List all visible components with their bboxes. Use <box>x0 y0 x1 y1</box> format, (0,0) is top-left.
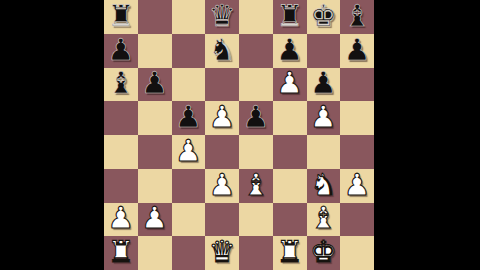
square-g5[interactable]: ♟ <box>307 101 341 135</box>
square-g2[interactable]: ♝ <box>307 203 341 237</box>
left-black-bar <box>0 0 104 270</box>
square-b2[interactable]: ♟ <box>138 203 172 237</box>
square-c3[interactable] <box>172 169 206 203</box>
square-h8[interactable]: ♝ <box>340 0 374 34</box>
square-h4[interactable] <box>340 135 374 169</box>
black-pawn: ♟ <box>310 68 337 98</box>
square-e5[interactable]: ♟ <box>239 101 273 135</box>
black-bishop: ♝ <box>344 1 371 31</box>
black-rook: ♜ <box>107 1 134 31</box>
square-g7[interactable] <box>307 34 341 68</box>
square-d4[interactable] <box>205 135 239 169</box>
black-rook: ♜ <box>276 1 303 31</box>
square-g3[interactable]: ♞ <box>307 169 341 203</box>
black-queen: ♛ <box>209 1 236 31</box>
white-pawn: ♟ <box>141 203 168 233</box>
square-g1[interactable]: ♚ <box>307 236 341 270</box>
square-c6[interactable] <box>172 68 206 102</box>
square-b5[interactable] <box>138 101 172 135</box>
square-e8[interactable] <box>239 0 273 34</box>
white-rook: ♜ <box>276 237 303 267</box>
square-a5[interactable] <box>104 101 138 135</box>
white-pawn: ♟ <box>107 203 134 233</box>
white-pawn: ♟ <box>175 136 202 166</box>
square-e3[interactable]: ♝ <box>239 169 273 203</box>
white-pawn: ♟ <box>276 68 303 98</box>
square-e2[interactable] <box>239 203 273 237</box>
square-c5[interactable]: ♟ <box>172 101 206 135</box>
white-pawn: ♟ <box>310 102 337 132</box>
black-bishop: ♝ <box>107 68 134 98</box>
right-black-bar <box>374 0 480 270</box>
square-g6[interactable]: ♟ <box>307 68 341 102</box>
black-knight: ♞ <box>209 35 236 65</box>
black-pawn: ♟ <box>242 102 269 132</box>
square-f3[interactable] <box>273 169 307 203</box>
white-pawn: ♟ <box>209 170 236 200</box>
square-e6[interactable] <box>239 68 273 102</box>
square-d8[interactable]: ♛ <box>205 0 239 34</box>
square-e4[interactable] <box>239 135 273 169</box>
black-pawn: ♟ <box>141 68 168 98</box>
square-d2[interactable] <box>205 203 239 237</box>
square-b4[interactable] <box>138 135 172 169</box>
square-c8[interactable] <box>172 0 206 34</box>
white-bishop: ♝ <box>242 170 269 200</box>
square-c2[interactable] <box>172 203 206 237</box>
square-c1[interactable] <box>172 236 206 270</box>
square-f5[interactable] <box>273 101 307 135</box>
white-bishop: ♝ <box>310 203 337 233</box>
white-knight: ♞ <box>310 170 337 200</box>
square-g8[interactable]: ♚ <box>307 0 341 34</box>
square-f2[interactable] <box>273 203 307 237</box>
square-b1[interactable] <box>138 236 172 270</box>
square-a1[interactable]: ♜ <box>104 236 138 270</box>
square-f7[interactable]: ♟ <box>273 34 307 68</box>
square-h7[interactable]: ♟ <box>340 34 374 68</box>
square-h3[interactable]: ♟ <box>340 169 374 203</box>
square-h1[interactable] <box>340 236 374 270</box>
white-queen: ♛ <box>209 237 236 267</box>
square-b8[interactable] <box>138 0 172 34</box>
square-d7[interactable]: ♞ <box>205 34 239 68</box>
square-d6[interactable] <box>205 68 239 102</box>
black-king: ♚ <box>310 1 337 31</box>
square-e1[interactable] <box>239 236 273 270</box>
white-pawn: ♟ <box>344 170 371 200</box>
square-a6[interactable]: ♝ <box>104 68 138 102</box>
square-c7[interactable] <box>172 34 206 68</box>
square-d1[interactable]: ♛ <box>205 236 239 270</box>
square-a8[interactable]: ♜ <box>104 0 138 34</box>
square-g4[interactable] <box>307 135 341 169</box>
square-f1[interactable]: ♜ <box>273 236 307 270</box>
square-a3[interactable] <box>104 169 138 203</box>
black-pawn: ♟ <box>175 102 202 132</box>
square-f8[interactable]: ♜ <box>273 0 307 34</box>
square-d3[interactable]: ♟ <box>205 169 239 203</box>
square-e7[interactable] <box>239 34 273 68</box>
square-d5[interactable]: ♟ <box>205 101 239 135</box>
square-c4[interactable]: ♟ <box>172 135 206 169</box>
black-pawn: ♟ <box>276 35 303 65</box>
white-king: ♚ <box>310 237 337 267</box>
video-frame: ♜♛♜♚♝♟♞♟♟♝♟♟♟♟♟♟♟♟♟♝♞♟♟♟♝♜♛♜♚ <box>0 0 480 270</box>
white-pawn: ♟ <box>209 102 236 132</box>
square-a4[interactable] <box>104 135 138 169</box>
square-f4[interactable] <box>273 135 307 169</box>
square-b7[interactable] <box>138 34 172 68</box>
square-b6[interactable]: ♟ <box>138 68 172 102</box>
chess-board: ♜♛♜♚♝♟♞♟♟♝♟♟♟♟♟♟♟♟♟♝♞♟♟♟♝♜♛♜♚ <box>104 0 374 270</box>
black-pawn: ♟ <box>344 35 371 65</box>
square-h2[interactable] <box>340 203 374 237</box>
square-h5[interactable] <box>340 101 374 135</box>
square-b3[interactable] <box>138 169 172 203</box>
black-pawn: ♟ <box>107 35 134 65</box>
square-a2[interactable]: ♟ <box>104 203 138 237</box>
square-f6[interactable]: ♟ <box>273 68 307 102</box>
white-rook: ♜ <box>107 237 134 267</box>
square-h6[interactable] <box>340 68 374 102</box>
square-a7[interactable]: ♟ <box>104 34 138 68</box>
